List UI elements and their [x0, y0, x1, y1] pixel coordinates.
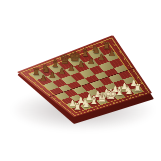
- piece-black-pawn-h7[interactable]: ♟: [108, 49, 116, 58]
- product-photo-scene: AA88BB77CC66DD55EE44FF33GG22HH11 ♜♞♝♛♚♝♞…: [0, 0, 161, 161]
- piece-black-pawn-f7[interactable]: ♟: [87, 56, 95, 65]
- pieces-layer: ♜♞♝♛♚♝♞♜♟♟♟♟♟♟♟♟♟♟♟♟♟♟♟♟♜♞♝♛♚♝♞♜: [0, 0, 161, 161]
- piece-white-knight-g1[interactable]: ♞: [124, 84, 133, 95]
- piece-black-pawn-a7[interactable]: ♟: [39, 73, 47, 82]
- piece-black-pawn-e7[interactable]: ♟: [77, 60, 85, 69]
- piece-black-pawn-d7[interactable]: ♟: [67, 63, 75, 72]
- piece-black-pawn-g7[interactable]: ♟: [97, 52, 105, 61]
- piece-white-knight-b1[interactable]: ♞: [81, 98, 90, 109]
- piece-black-pawn-c7[interactable]: ♟: [58, 67, 66, 76]
- piece-white-rook-h1[interactable]: ♜: [133, 82, 142, 92]
- piece-white-rook-a1[interactable]: ♜: [73, 101, 82, 111]
- piece-black-pawn-b7[interactable]: ♟: [48, 70, 56, 79]
